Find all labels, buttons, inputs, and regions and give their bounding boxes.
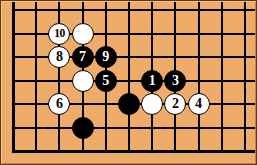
stone-white-2[interactable]: 2: [164, 93, 186, 115]
stone-black-3[interactable]: 3: [164, 70, 186, 92]
grid-line-v-1: [12, 2, 15, 153]
stone-black-5[interactable]: 5: [95, 70, 117, 92]
stone-black-9[interactable]: 9: [95, 46, 117, 68]
stone-white-6[interactable]: 6: [48, 93, 70, 115]
stone-move-number: 7: [79, 50, 86, 64]
stone-black-7[interactable]: 7: [72, 46, 94, 68]
stone-move-number: 6: [56, 97, 63, 111]
grid-line-v-2: [35, 2, 37, 153]
stone-white[interactable]: [72, 70, 94, 92]
stone-move-number: 1: [149, 74, 156, 88]
stone-white[interactable]: [141, 93, 163, 115]
grid-line-h-4: [12, 80, 256, 82]
stone-move-number: 3: [172, 74, 179, 88]
stone-move-number: 4: [195, 97, 202, 111]
stone-move-number: 8: [56, 50, 63, 64]
stone-black-1[interactable]: 1: [141, 70, 163, 92]
grid-line-v-6: [128, 2, 130, 153]
stone-move-number: 10: [54, 28, 65, 40]
stone-black[interactable]: [72, 117, 94, 139]
stone-white[interactable]: [72, 23, 94, 45]
go-board-diagram: 10879513624: [0, 0, 257, 165]
stone-black[interactable]: [118, 93, 140, 115]
stone-move-number: 5: [102, 74, 109, 88]
grid-line-v-10: [221, 2, 223, 153]
grid-line-v-11: [244, 2, 246, 153]
stone-white-10[interactable]: 10: [48, 23, 70, 45]
stone-white-4[interactable]: 4: [188, 93, 210, 115]
grid-line-v-9: [198, 2, 200, 153]
grid-line-h-6: [12, 127, 256, 129]
stone-white-8[interactable]: 8: [48, 46, 70, 68]
stone-move-number: 2: [172, 97, 179, 111]
stone-move-number: 9: [102, 50, 109, 64]
grid-line-h-7: [12, 150, 256, 153]
grid-line-h-1: [12, 9, 256, 11]
